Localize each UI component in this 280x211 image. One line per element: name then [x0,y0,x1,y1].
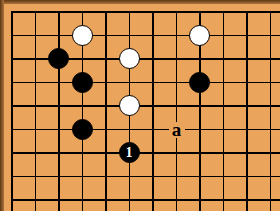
grid-hline [11,82,280,84]
grid-vline [105,11,107,211]
black-stone-col4-row6 [72,119,93,140]
black-stone-col4-row4 [72,72,93,93]
grid-hline [11,35,280,37]
grid-hline [11,105,280,107]
grid-hline [11,152,280,154]
grid-vline [223,11,225,211]
white-stone-col6-row3 [119,48,140,69]
go-board-diagram: a1 [0,0,280,211]
grid-vline [176,11,178,211]
move-1-stone-col6-row7: 1 [119,142,140,163]
grid-vline [270,11,272,211]
grid-hline [11,129,280,131]
white-stone-col9-row2 [189,25,210,46]
grid-vline [246,11,248,211]
move-number-label: 1 [126,143,133,162]
black-stone-col9-row4 [189,72,210,93]
grid-hline [11,199,280,201]
grid-vline [152,11,154,211]
point-label-a: a [169,122,185,138]
white-stone-col6-row5 [119,95,140,116]
board-frame-top [0,0,280,4]
white-stone-col4-row2 [72,25,93,46]
board-frame-left [0,0,4,211]
board-edge-top-line [11,11,280,14]
grid-hline [11,176,280,178]
black-stone-col3-row3 [48,48,69,69]
grid-vline [58,11,60,211]
board-edge-left-line [11,11,14,211]
grid-vline [35,11,37,211]
